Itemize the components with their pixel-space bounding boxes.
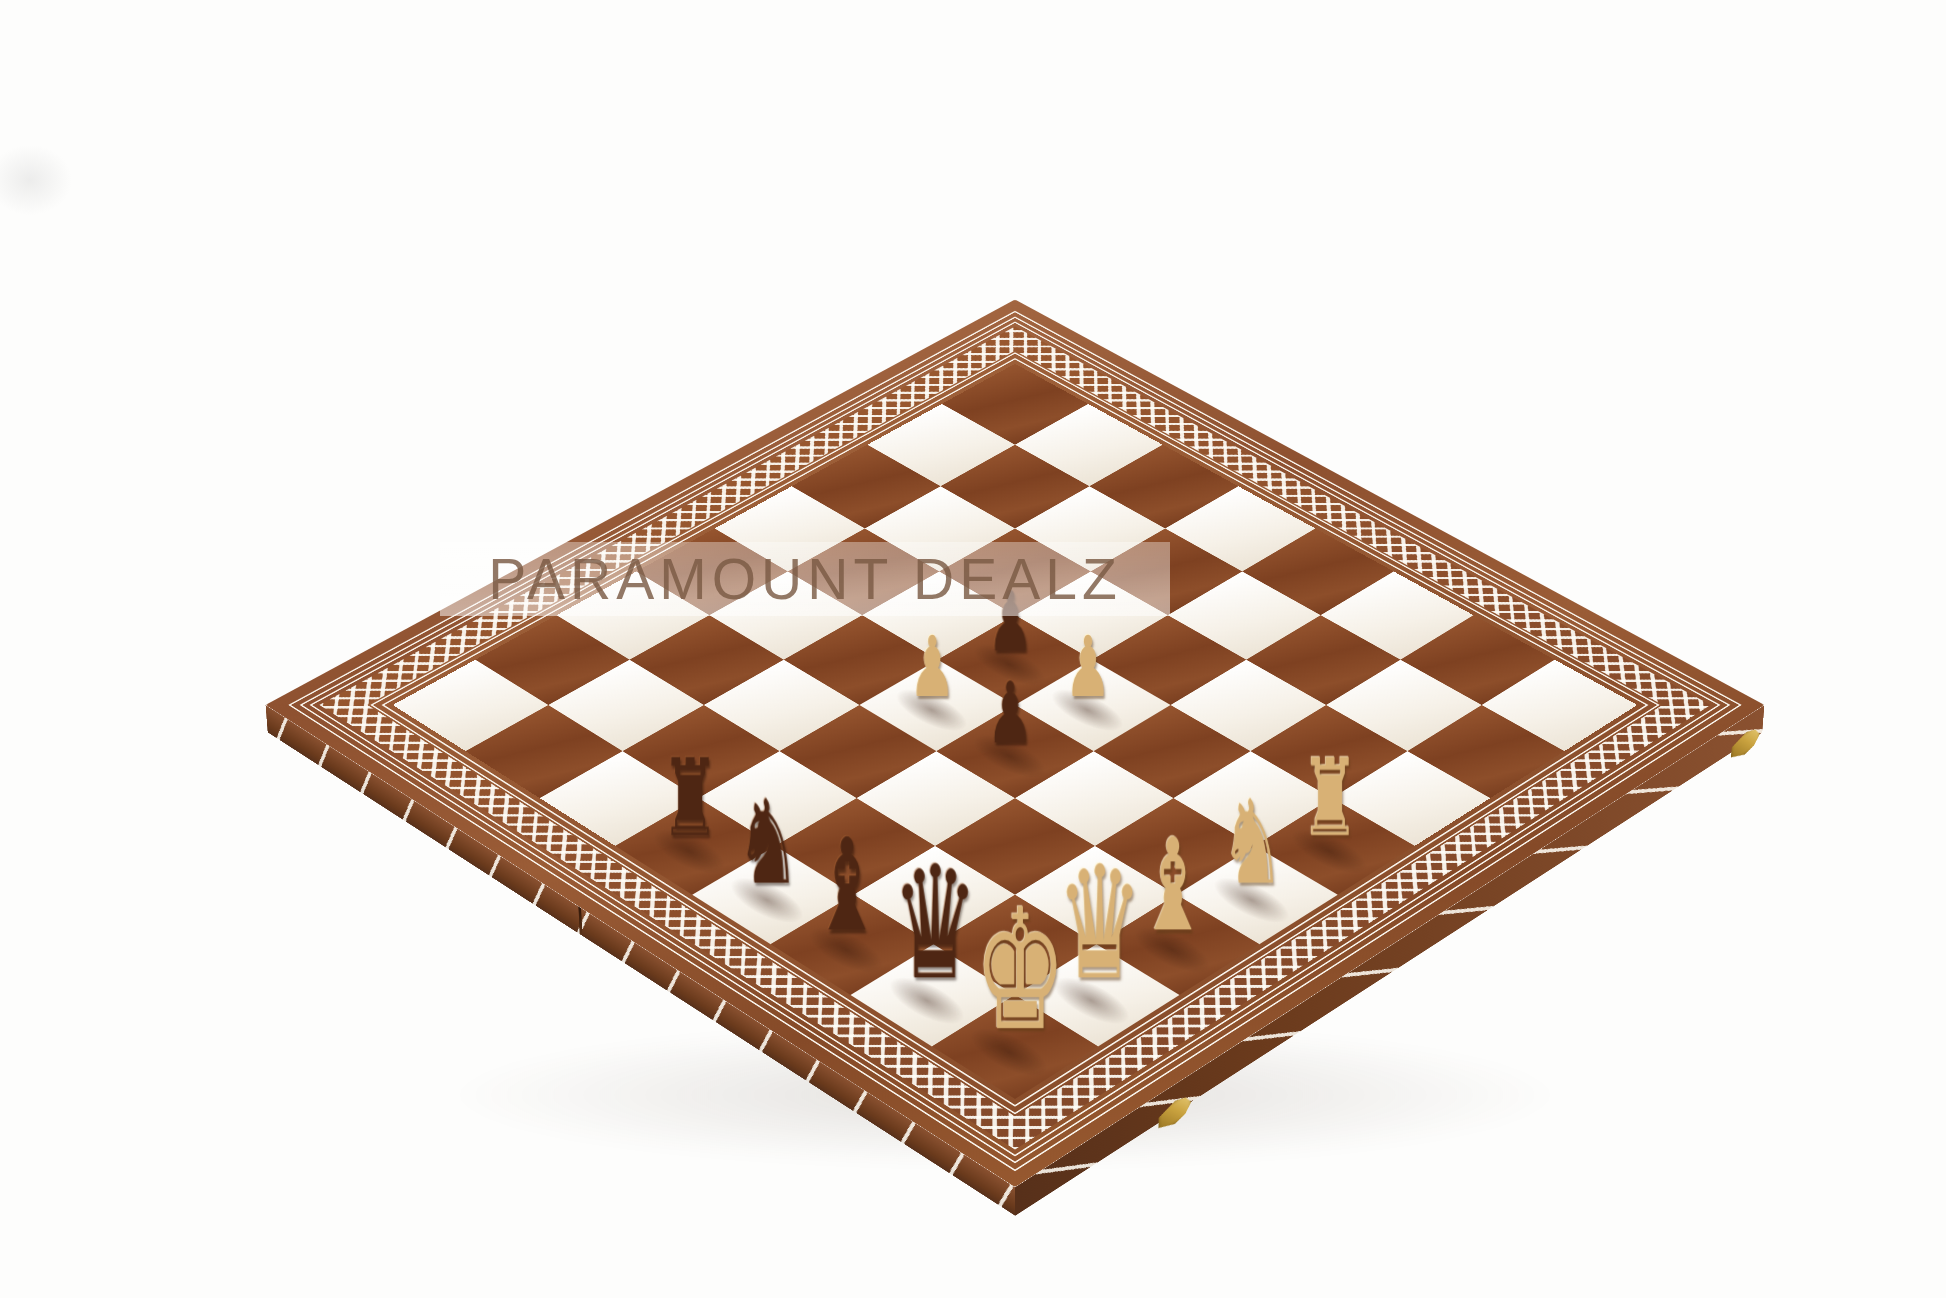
piece-light-rook[interactable]: ♜ (1295, 747, 1365, 849)
piece-light-bishop[interactable]: ♝ (1137, 826, 1208, 947)
playing-field: ♟♟♜♟♟♞♝♛♜♞♝♛♚ (393, 364, 1638, 1099)
piece-dark-rook[interactable]: ♜ (655, 747, 725, 849)
piece-dark-queen[interactable]: ♛ (892, 849, 964, 998)
brass-clasp-icon (1731, 723, 1761, 764)
piece-light-king[interactable]: ♚ (974, 891, 1047, 1049)
piece-dark-knight[interactable]: ♞ (733, 787, 804, 897)
piece-light-pawn[interactable]: ♟ (898, 628, 966, 708)
piece-dark-pawn[interactable]: ♟ (976, 673, 1045, 754)
piece-dark-bishop[interactable]: ♝ (811, 826, 882, 947)
piece-light-knight[interactable]: ♞ (1217, 787, 1288, 897)
piece-light-queen[interactable]: ♛ (1056, 849, 1128, 998)
piece-light-pawn[interactable]: ♟ (1054, 628, 1122, 708)
watermark-text: PARAMOUNT DEALZ (440, 542, 1170, 616)
